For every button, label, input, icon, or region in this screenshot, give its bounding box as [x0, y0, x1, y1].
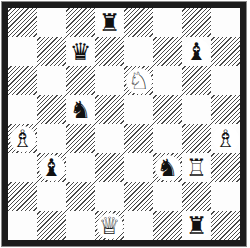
square-h3[interactable]: [211, 153, 240, 182]
square-a5[interactable]: [8, 95, 37, 124]
black-rook-d8: ♜: [97, 10, 123, 36]
square-h4[interactable]: ♗: [211, 124, 240, 153]
square-c7[interactable]: ♛: [66, 37, 95, 66]
square-h5[interactable]: [211, 95, 240, 124]
square-c3[interactable]: [66, 153, 95, 182]
square-f7[interactable]: [153, 37, 182, 66]
square-b6[interactable]: [37, 66, 66, 95]
square-b7[interactable]: [37, 37, 66, 66]
square-b4[interactable]: [37, 124, 66, 153]
square-g4[interactable]: [182, 124, 211, 153]
square-e8[interactable]: [124, 8, 153, 37]
square-f6[interactable]: [153, 66, 182, 95]
white-queen-d1: ♕: [97, 213, 123, 239]
square-f3[interactable]: ♞: [153, 153, 182, 182]
square-b2[interactable]: [37, 182, 66, 211]
square-g7[interactable]: ♝: [182, 37, 211, 66]
square-c5[interactable]: ♞: [66, 95, 95, 124]
square-f5[interactable]: [153, 95, 182, 124]
square-c8[interactable]: [66, 8, 95, 37]
board-frame: ♜♛♝♘♞♗♗♝♞♖♕♜: [2, 2, 246, 246]
square-h6[interactable]: [211, 66, 240, 95]
square-b1[interactable]: [37, 211, 66, 240]
square-h2[interactable]: [211, 182, 240, 211]
square-c4[interactable]: [66, 124, 95, 153]
square-g8[interactable]: [182, 8, 211, 37]
chess-board: ♜♛♝♘♞♗♗♝♞♖♕♜: [8, 8, 240, 240]
square-b8[interactable]: [37, 8, 66, 37]
square-a3[interactable]: [8, 153, 37, 182]
black-rook-g1: ♜: [184, 213, 210, 239]
square-d4[interactable]: [95, 124, 124, 153]
square-c2[interactable]: [66, 182, 95, 211]
square-h8[interactable]: [211, 8, 240, 37]
square-a4[interactable]: ♗: [8, 124, 37, 153]
square-a7[interactable]: [8, 37, 37, 66]
square-h7[interactable]: [211, 37, 240, 66]
white-bishop-h4: ♗: [213, 126, 239, 152]
square-f1[interactable]: [153, 211, 182, 240]
square-a2[interactable]: [8, 182, 37, 211]
square-d3[interactable]: [95, 153, 124, 182]
square-g6[interactable]: [182, 66, 211, 95]
square-f4[interactable]: [153, 124, 182, 153]
black-knight-f3: ♞: [155, 155, 181, 181]
square-b5[interactable]: [37, 95, 66, 124]
square-f2[interactable]: [153, 182, 182, 211]
square-g1[interactable]: ♜: [182, 211, 211, 240]
square-d1[interactable]: ♕: [95, 211, 124, 240]
square-e7[interactable]: [124, 37, 153, 66]
square-g3[interactable]: ♖: [182, 153, 211, 182]
black-bishop-g7: ♝: [184, 39, 210, 65]
black-queen-c7: ♛: [68, 39, 94, 65]
square-h1[interactable]: [211, 211, 240, 240]
square-d2[interactable]: [95, 182, 124, 211]
square-g5[interactable]: [182, 95, 211, 124]
square-a6[interactable]: [8, 66, 37, 95]
square-b3[interactable]: ♝: [37, 153, 66, 182]
square-a1[interactable]: [8, 211, 37, 240]
square-g2[interactable]: [182, 182, 211, 211]
white-knight-e6: ♘: [126, 68, 152, 94]
square-c1[interactable]: [66, 211, 95, 240]
square-e6[interactable]: ♘: [124, 66, 153, 95]
square-d6[interactable]: [95, 66, 124, 95]
white-bishop-a4: ♗: [10, 126, 36, 152]
square-d8[interactable]: ♜: [95, 8, 124, 37]
square-d7[interactable]: [95, 37, 124, 66]
square-f8[interactable]: [153, 8, 182, 37]
white-rook-g3: ♖: [184, 155, 210, 181]
square-e2[interactable]: [124, 182, 153, 211]
square-d5[interactable]: [95, 95, 124, 124]
square-e3[interactable]: [124, 153, 153, 182]
chess-diagram-page: ♜♛♝♘♞♗♗♝♞♖♕♜: [0, 0, 250, 248]
black-bishop-b3: ♝: [39, 155, 65, 181]
square-e5[interactable]: [124, 95, 153, 124]
square-a8[interactable]: [8, 8, 37, 37]
square-e1[interactable]: [124, 211, 153, 240]
square-e4[interactable]: [124, 124, 153, 153]
square-c6[interactable]: [66, 66, 95, 95]
black-knight-c5: ♞: [68, 97, 94, 123]
